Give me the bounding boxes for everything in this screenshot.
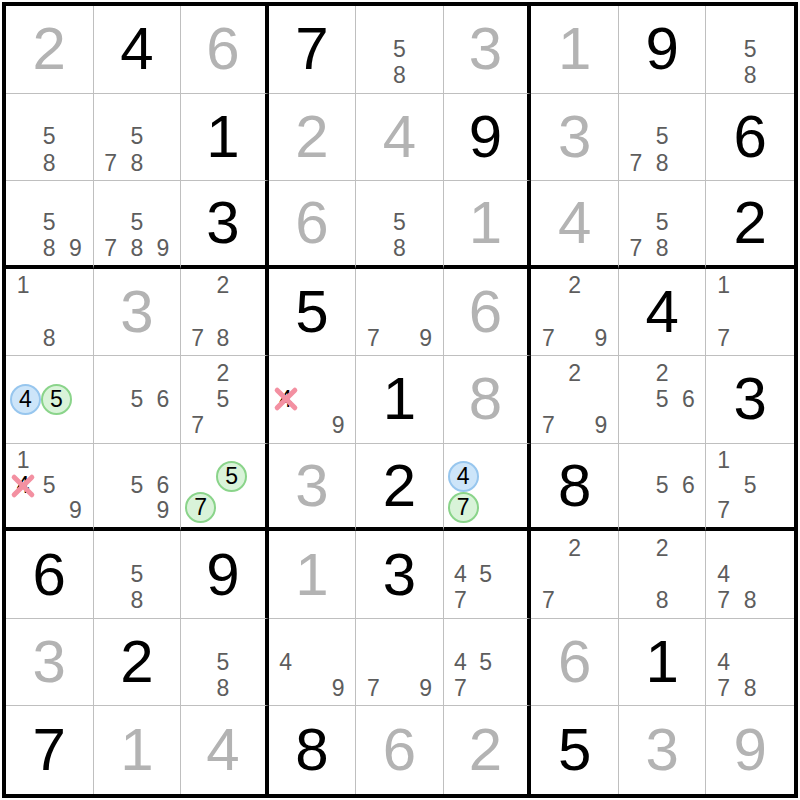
candidate-slot-3 (325, 623, 351, 649)
cell-r6c4[interactable]: 3 (269, 444, 357, 532)
candidate-slot-2: 2 (562, 360, 588, 386)
candidate-grid: 47 (444, 444, 528, 528)
candidate-slot-4 (710, 36, 737, 62)
cell-r5c4[interactable]: 49 (269, 356, 357, 444)
candidate-slot-3 (150, 185, 176, 210)
cell-r7c9[interactable]: 478 (706, 531, 794, 619)
cell-r1c6[interactable]: 3 (444, 6, 532, 94)
candidate-slot-9 (498, 675, 523, 701)
candidate-digit: 8 (216, 677, 229, 700)
cell-r5c3[interactable]: 257 (181, 356, 269, 444)
cell-r2c4[interactable]: 2 (269, 94, 357, 182)
candidate-digit: 2 (568, 274, 581, 297)
candidate-digit: 9 (594, 414, 607, 437)
gray-digit: 6 (469, 282, 502, 342)
candidate-digit: 8 (130, 589, 143, 612)
candidate-grid: 478 (706, 531, 794, 618)
candidate-slot-6 (763, 299, 790, 325)
candidate-slot-8 (473, 675, 498, 701)
cell-r2c9[interactable]: 6 (706, 94, 794, 182)
candidate-slot-3 (72, 360, 89, 384)
cell-r6c2[interactable]: 569 (94, 444, 182, 532)
cell-r6c3[interactable]: 57 (181, 444, 269, 532)
candidate-grid: 256 (619, 356, 706, 443)
candidate-slot-8 (41, 415, 72, 439)
gray-digit: 1 (558, 19, 591, 79)
cell-r9c6[interactable]: 2 (444, 706, 532, 794)
cell-r7c4[interactable]: 1 (269, 531, 357, 619)
candidate-slot-2 (649, 185, 675, 210)
black-digit: 2 (734, 193, 767, 253)
cell-r6c8[interactable]: 56 (619, 444, 707, 532)
cell-r6c9[interactable]: 157 (706, 444, 794, 532)
cell-r7c8[interactable]: 28 (619, 531, 707, 619)
candidate-grid: 58 (94, 531, 181, 618)
candidate-slot-1 (98, 535, 124, 561)
candidate-digit: 7 (191, 327, 204, 350)
candidate-digit: 8 (656, 589, 669, 612)
gray-digit: 3 (558, 107, 591, 167)
candidate-grid: 478 (706, 619, 794, 706)
candidate-slot-7: 7 (185, 413, 210, 439)
candidate-slot-4 (623, 210, 649, 235)
candidate-slot-5 (737, 649, 764, 675)
candidate-slot-9: 9 (413, 325, 439, 351)
candidate-slot-7 (273, 413, 299, 439)
candidate-slot-3 (498, 623, 523, 649)
candidate-slot-1 (360, 623, 386, 649)
candidate-slot-8: 8 (386, 62, 412, 88)
cell-r4c8[interactable]: 4 (619, 269, 707, 357)
candidate-slot-2 (36, 98, 62, 124)
candidate-slot-5 (210, 299, 235, 325)
candidate-slot-9: 9 (62, 235, 88, 260)
candidate-slot-2 (36, 448, 62, 473)
gray-digit: 1 (295, 545, 328, 605)
cell-r5c7[interactable]: 279 (531, 356, 619, 444)
candidate-slot-4 (623, 562, 649, 588)
candidate-slot-9 (413, 235, 439, 260)
candidate-slot-1 (185, 448, 216, 462)
gray-digit: 6 (206, 19, 239, 79)
candidate-grid: 28 (619, 531, 706, 618)
candidate-slot-1 (98, 185, 124, 210)
candidate-slot-2 (737, 273, 764, 299)
candidate-slot-8: 8 (210, 675, 235, 701)
cell-r4c7[interactable]: 279 (531, 269, 619, 357)
candidate-digit: 1 (17, 449, 30, 472)
cell-r3c8[interactable]: 578 (619, 181, 707, 269)
candidate-slot-6 (413, 299, 439, 325)
cell-r5c6[interactable]: 8 (444, 356, 532, 444)
cell-r5c2[interactable]: 56 (94, 356, 182, 444)
candidate-slot-4 (185, 299, 210, 325)
cell-r5c9[interactable]: 3 (706, 356, 794, 444)
black-digit: 9 (645, 19, 678, 79)
candidate-slot-8 (210, 413, 235, 439)
candidate-slot-3 (150, 448, 176, 473)
candidate-slot-9 (235, 675, 260, 701)
candidate-slot-3 (62, 98, 88, 124)
candidate-slot-1 (710, 10, 737, 36)
candidate-slot-9: 9 (413, 675, 439, 701)
cell-r5c8[interactable]: 256 (619, 356, 707, 444)
cell-r2c5[interactable]: 4 (356, 94, 444, 182)
candidate-slot-6 (325, 386, 351, 412)
candidate-digit: 4 (454, 563, 467, 586)
gray-digit: 1 (120, 720, 153, 780)
cell-r1c4[interactable]: 7 (269, 6, 357, 94)
sudoku-app: 2467583195858578124935786589578936581457… (0, 0, 800, 800)
cell-r3c2[interactable]: 5789 (94, 181, 182, 269)
cell-r3c4[interactable]: 6 (269, 181, 357, 269)
candidate-slot-8: 8 (649, 150, 675, 176)
candidate-slot-6 (498, 562, 523, 588)
cell-r6c6[interactable]: 47 (444, 444, 532, 532)
candidate-slot-4 (710, 473, 737, 498)
cell-r4c6[interactable]: 6 (444, 269, 532, 357)
candidate-digit: 2 (568, 537, 581, 560)
cell-r1c2[interactable]: 4 (94, 6, 182, 94)
candidate-slot-5 (562, 386, 588, 412)
candidate-slot-8: 8 (124, 150, 150, 176)
candidate-slot-5: 5 (124, 124, 150, 150)
candidate-grid: 279 (531, 356, 618, 443)
candidate-slot-4: 4 (448, 562, 473, 588)
cell-r9c2[interactable]: 1 (94, 706, 182, 794)
candidate-slot-4 (10, 124, 36, 150)
cell-r1c3[interactable]: 6 (181, 6, 269, 94)
candidate-slot-8: 8 (737, 675, 764, 701)
candidate-slot-2 (124, 448, 150, 473)
cell-r2c6[interactable]: 9 (444, 94, 532, 182)
black-digit: 4 (120, 19, 153, 79)
candidate-slot-6 (763, 562, 790, 588)
candidate-slot-9 (62, 325, 88, 351)
cell-r8c5[interactable]: 79 (356, 619, 444, 707)
candidate-slot-2 (299, 623, 325, 649)
candidate-slot-3 (588, 360, 614, 386)
cell-r6c5[interactable]: 2 (356, 444, 444, 532)
cell-r8c9[interactable]: 478 (706, 619, 794, 707)
candidate-grid: 589 (6, 181, 93, 265)
candidate-slot-3 (413, 273, 439, 299)
black-digit: 6 (734, 107, 767, 167)
candidate-slot-6: 6 (150, 386, 176, 412)
cell-r8c1[interactable]: 3 (6, 619, 94, 707)
gray-digit: 2 (469, 720, 502, 780)
candidate-digit: 8 (130, 237, 143, 260)
candidate-digit: 2 (216, 274, 229, 297)
gray-digit: 8 (469, 369, 502, 429)
candidate-slot-7: 7 (185, 325, 210, 351)
candidate-slot-7: 7 (448, 492, 479, 523)
candidate-slot-1 (10, 185, 36, 210)
cell-r5c5[interactable]: 1 (356, 356, 444, 444)
cell-r3c6[interactable]: 1 (444, 181, 532, 269)
candidate-slot-2: 2 (649, 360, 675, 386)
cell-r3c7[interactable]: 4 (531, 181, 619, 269)
cell-r7c7[interactable]: 27 (531, 531, 619, 619)
candidate-slot-7: 7 (98, 150, 124, 176)
candidate-slot-6 (763, 473, 790, 498)
cell-r4c4[interactable]: 5 (269, 269, 357, 357)
black-digit: 9 (206, 545, 239, 605)
candidate-slot-6 (62, 210, 88, 235)
candidate-slot-8 (299, 413, 325, 439)
candidate-digit: 9 (157, 237, 170, 260)
candidate-slot-1: 1 (710, 273, 737, 299)
candidate-slot-8: 8 (124, 235, 150, 260)
candidate-slot-2 (473, 535, 498, 561)
cell-r9c4[interactable]: 8 (269, 706, 357, 794)
candidate-slot-6 (62, 124, 88, 150)
candidate-digit: 5 (393, 211, 406, 234)
gray-digit: 4 (206, 720, 239, 780)
cell-r3c5[interactable]: 58 (356, 181, 444, 269)
candidate-grid: 17 (706, 269, 794, 356)
candidate-slot-8 (479, 492, 501, 523)
candidate-digit: 5 (656, 125, 669, 148)
candidate-slot-5: 5 (36, 473, 62, 498)
candidate-slot-4: 4 (273, 649, 299, 675)
candidate-slot-6 (675, 124, 701, 150)
cell-r8c4[interactable]: 49 (269, 619, 357, 707)
candidate-slot-1 (623, 185, 649, 210)
candidate-slot-6 (235, 386, 260, 412)
candidate-slot-1 (448, 535, 473, 561)
candidate-slot-5 (386, 299, 412, 325)
candidate-slot-4: 4 (710, 649, 737, 675)
candidate-grid: 5789 (94, 181, 181, 265)
candidate-digit: 7 (104, 237, 117, 260)
candidate-digit: 5 (130, 125, 143, 148)
candidate-digit: 5 (656, 388, 669, 411)
cell-r8c6[interactable]: 457 (444, 619, 532, 707)
cell-r8c2[interactable]: 2 (94, 619, 182, 707)
candidate-slot-2 (473, 623, 498, 649)
candidate-slot-1 (360, 273, 386, 299)
candidate-slot-2 (124, 185, 150, 210)
candidate-slot-4 (10, 299, 36, 325)
candidate-digit: 4 (717, 563, 730, 586)
cell-r3c3[interactable]: 3 (181, 181, 269, 269)
gray-digit: 1 (469, 193, 502, 253)
cell-r9c5[interactable]: 6 (356, 706, 444, 794)
cell-r8c8[interactable]: 1 (619, 619, 707, 707)
cell-r2c3[interactable]: 1 (181, 94, 269, 182)
candidate-digit: 7 (191, 414, 204, 437)
candidate-digit: 5 (43, 211, 56, 234)
candidate-digit: 6 (682, 474, 695, 497)
candidate-slot-4 (535, 562, 561, 588)
cell-r2c2[interactable]: 578 (94, 94, 182, 182)
candidate-slot-1 (185, 623, 210, 649)
cell-r8c7[interactable]: 6 (531, 619, 619, 707)
candidate-slot-4: 4 (273, 386, 299, 412)
cell-r4c3[interactable]: 278 (181, 269, 269, 357)
candidate-slot-8: 8 (649, 235, 675, 260)
candidate-slot-8 (124, 413, 150, 439)
cell-r1c5[interactable]: 58 (356, 6, 444, 94)
candidate-slot-2 (737, 623, 764, 649)
candidate-slot-5 (737, 562, 764, 588)
cell-r7c5[interactable]: 3 (356, 531, 444, 619)
candidate-slot-8 (737, 498, 764, 523)
candidate-digit: 4 (17, 474, 30, 497)
cell-r4c2[interactable]: 3 (94, 269, 182, 357)
candidate-slot-3 (588, 273, 614, 299)
candidate-grid: 18 (6, 269, 93, 356)
candidate-slot-5 (649, 562, 675, 588)
candidate-slot-2 (386, 10, 412, 36)
cell-r1c8[interactable]: 9 (619, 6, 707, 94)
candidate-slot-9: 9 (588, 413, 614, 439)
candidate-digit: 8 (43, 152, 56, 175)
candidate-slot-8: 8 (36, 235, 62, 260)
candidate-grid: 79 (356, 269, 443, 356)
gray-digit: 4 (383, 107, 416, 167)
candidate-slot-7 (10, 325, 36, 351)
candidate-slot-9 (763, 325, 790, 351)
candidate-slot-8 (649, 413, 675, 439)
candidate-slot-8: 8 (36, 325, 62, 351)
cell-r2c1[interactable]: 58 (6, 94, 94, 182)
candidate-digit: 6 (682, 388, 695, 411)
candidate-digit: 6 (157, 474, 170, 497)
cell-r7c3[interactable]: 9 (181, 531, 269, 619)
cell-r4c5[interactable]: 79 (356, 269, 444, 357)
candidate-digit: 8 (744, 677, 757, 700)
candidate-slot-2 (386, 185, 412, 210)
candidate-slot-9 (235, 413, 260, 439)
candidate-slot-4 (98, 386, 124, 412)
candidate-slot-2 (124, 360, 150, 386)
candidate-grid: 578 (619, 181, 706, 265)
candidate-slot-4 (623, 124, 649, 150)
cell-r1c1[interactable]: 2 (6, 6, 94, 94)
candidate-grid: 58 (706, 6, 794, 93)
cell-r9c3[interactable]: 4 (181, 706, 269, 794)
gray-digit: 3 (120, 282, 153, 342)
cell-r1c7[interactable]: 1 (531, 6, 619, 94)
candidate-slot-3 (675, 98, 701, 124)
candidate-slot-9 (675, 413, 701, 439)
candidate-slot-5 (36, 299, 62, 325)
cell-r1c9[interactable]: 58 (706, 6, 794, 94)
candidate-digit: 4 (454, 651, 467, 674)
cell-r7c6[interactable]: 457 (444, 531, 532, 619)
gray-digit: 3 (469, 19, 502, 79)
cell-r5c1[interactable]: 45 (6, 356, 94, 444)
gray-digit: 3 (33, 632, 66, 692)
candidate-slot-6: 6 (675, 473, 701, 498)
candidate-slot-3 (675, 185, 701, 210)
candidate-slot-5: 5 (649, 473, 675, 498)
black-digit: 1 (645, 632, 678, 692)
candidate-grid: 578 (619, 94, 706, 181)
cell-r8c3[interactable]: 58 (181, 619, 269, 707)
cell-r9c9[interactable]: 9 (706, 706, 794, 794)
cell-r2c8[interactable]: 578 (619, 94, 707, 182)
cell-r4c1[interactable]: 18 (6, 269, 94, 357)
candidate-slot-7 (273, 675, 299, 701)
candidate-slot-6 (150, 210, 176, 235)
candidate-digit: 1 (17, 274, 30, 297)
candidate-slot-8 (386, 675, 412, 701)
gray-digit: 4 (558, 193, 591, 253)
candidate-slot-7: 7 (710, 325, 737, 351)
candidate-grid: 56 (94, 356, 181, 443)
candidate-slot-9: 9 (588, 325, 614, 351)
candidate-slot-7 (10, 415, 41, 439)
gray-digit: 6 (383, 720, 416, 780)
candidate-grid: 157 (706, 444, 794, 528)
candidate-slot-4 (10, 210, 36, 235)
cell-r7c1[interactable]: 6 (6, 531, 94, 619)
cell-r9c7[interactable]: 5 (531, 706, 619, 794)
cell-r9c8[interactable]: 3 (619, 706, 707, 794)
candidate-digit: 7 (630, 152, 643, 175)
candidate-digit: 1 (717, 274, 730, 297)
candidate-digit: 7 (367, 327, 380, 350)
candidate-grid: 58 (6, 94, 93, 181)
candidate-slot-5: 5 (649, 386, 675, 412)
candidate-grid: 457 (444, 619, 528, 706)
candidate-grid: 278 (181, 269, 265, 356)
candidate-slot-8 (562, 588, 588, 614)
candidate-slot-8 (36, 498, 62, 523)
cell-r3c9[interactable]: 2 (706, 181, 794, 269)
candidate-digit: 1 (717, 449, 730, 472)
cell-r3c1[interactable]: 589 (6, 181, 94, 269)
candidate-digit: 8 (656, 237, 669, 260)
candidate-slot-3 (150, 360, 176, 386)
cell-r2c7[interactable]: 3 (531, 94, 619, 182)
candidate-digit: 5 (130, 474, 143, 497)
cell-r6c7[interactable]: 8 (531, 444, 619, 532)
candidate-slot-5: 5 (210, 386, 235, 412)
candidate-slot-7: 7 (535, 588, 561, 614)
candidate-slot-1 (360, 185, 386, 210)
candidate-slot-1 (273, 360, 299, 386)
candidate-slot-4 (535, 299, 561, 325)
candidate-slot-9: 9 (150, 498, 176, 523)
candidate-slot-5 (479, 461, 501, 492)
cell-r4c9[interactable]: 17 (706, 269, 794, 357)
candidate-digit: 5 (43, 474, 56, 497)
candidate-slot-6 (150, 562, 176, 588)
sudoku-board: 2467583195858578124935786589578936581457… (2, 2, 798, 798)
candidate-slot-8 (562, 413, 588, 439)
candidate-digit: 8 (43, 237, 56, 260)
cell-r7c2[interactable]: 58 (94, 531, 182, 619)
candidate-slot-6 (72, 384, 89, 415)
candidate-slot-5: 5 (36, 124, 62, 150)
candidate-slot-9: 9 (150, 235, 176, 260)
candidate-slot-1 (710, 535, 737, 561)
candidate-digit: 9 (332, 414, 345, 437)
candidate-slot-4 (98, 124, 124, 150)
candidate-grid: 58 (356, 181, 443, 265)
candidate-slot-3 (501, 448, 523, 462)
candidate-slot-8: 8 (210, 325, 235, 351)
candidate-slot-2 (386, 273, 412, 299)
cell-r6c1[interactable]: 1459 (6, 444, 94, 532)
candidate-slot-7: 7 (535, 325, 561, 351)
cell-r9c1[interactable]: 7 (6, 706, 94, 794)
candidate-slot-6 (498, 649, 523, 675)
